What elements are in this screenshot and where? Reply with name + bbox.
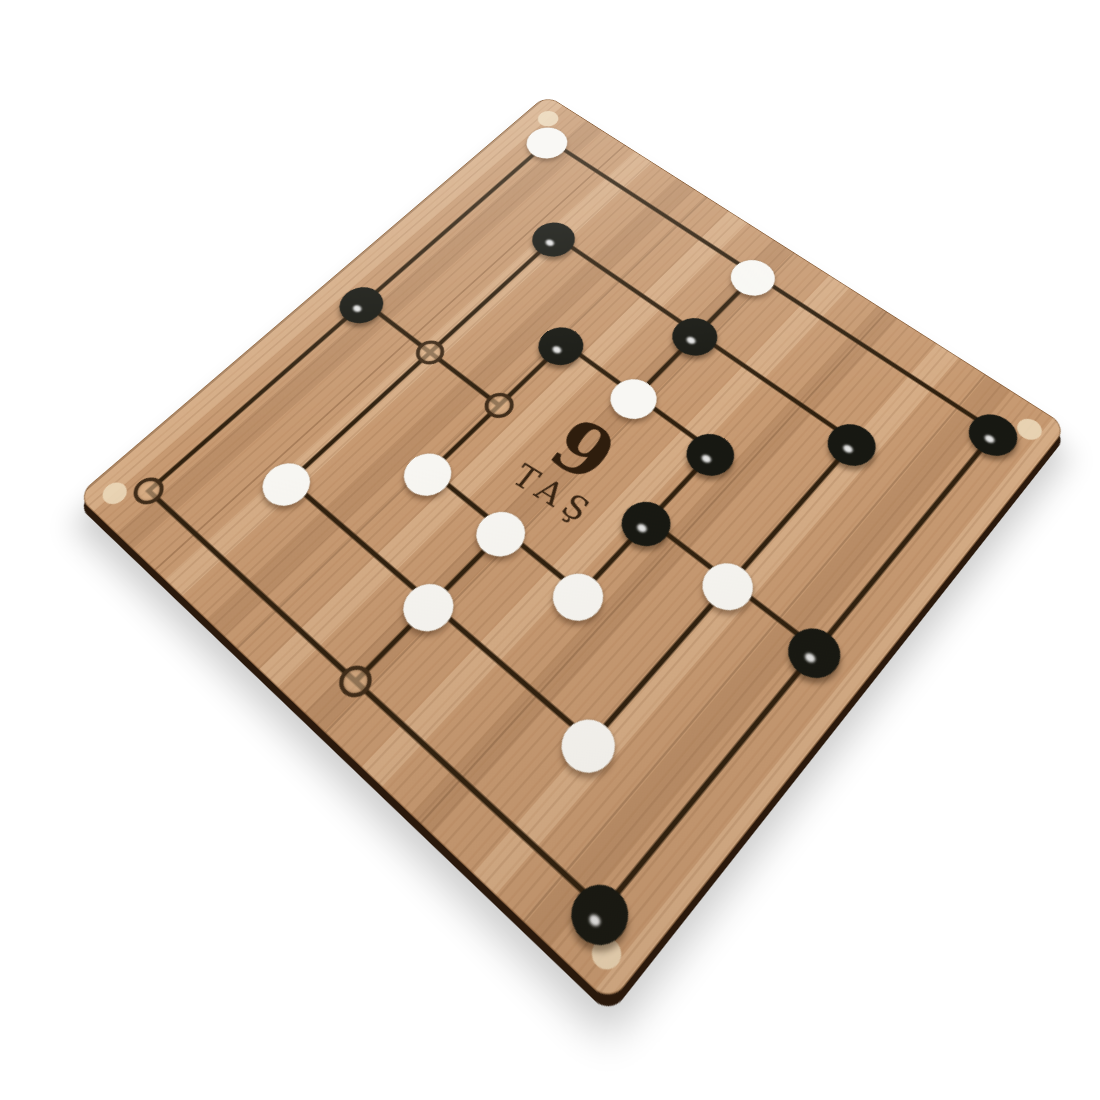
white-piece[interactable]: ●	[718, 244, 793, 306]
black-piece[interactable]: ●	[659, 302, 736, 367]
black-piece[interactable]: ●	[607, 483, 691, 560]
empty-point-marker	[127, 472, 169, 510]
empty-point-marker	[332, 659, 378, 704]
black-piece[interactable]: ●	[814, 406, 895, 478]
white-piece[interactable]: ●	[390, 435, 472, 508]
point-a7[interactable]: ●	[489, 96, 610, 188]
point-f6[interactable]: ●	[784, 381, 925, 505]
black-piece[interactable]: ●	[554, 859, 652, 964]
white-piece[interactable]: ●	[538, 553, 624, 635]
empty-point-marker	[410, 336, 450, 370]
white-piece[interactable]: ●	[597, 362, 676, 431]
white-piece[interactable]: ●	[515, 114, 585, 168]
morris-board: ● ● ● ● ● ● ● ● ● ● ● ● ● ● ● ● ● ● ●	[77, 95, 1068, 1005]
point-g1[interactable]: ●	[519, 823, 688, 1003]
black-piece[interactable]: ●	[773, 607, 861, 693]
point-b6[interactable]: ●	[493, 187, 620, 288]
white-piece[interactable]: ●	[388, 563, 475, 645]
empty-point-marker	[479, 388, 520, 424]
product-photo-background: ● ● ● ● ● ● ● ● ● ● ● ● ● ● ● ● ● ● ●	[0, 0, 1100, 1100]
point-a1[interactable]	[78, 429, 219, 555]
point-g7[interactable]: ●	[925, 372, 1066, 495]
black-piece[interactable]: ●	[525, 311, 602, 376]
point-f2[interactable]: ●	[512, 665, 671, 823]
black-piece[interactable]: ●	[955, 396, 1036, 468]
board-perspective-wrapper: ● ● ● ● ● ● ● ● ● ● ● ● ● ● ● ● ● ● ●	[78, 95, 1066, 1001]
point-grid: ● ● ● ● ● ● ● ● ● ● ● ● ● ● ● ● ● ● ●	[78, 96, 1066, 1003]
white-piece[interactable]: ●	[249, 445, 331, 518]
white-piece[interactable]: ●	[462, 492, 546, 569]
black-piece[interactable]: ●	[673, 416, 754, 488]
point-b2[interactable]: ●	[219, 420, 360, 546]
black-piece[interactable]: ●	[520, 208, 593, 267]
black-piece[interactable]: ●	[327, 271, 403, 333]
white-piece[interactable]: ●	[688, 543, 774, 624]
white-piece[interactable]: ●	[546, 697, 638, 789]
